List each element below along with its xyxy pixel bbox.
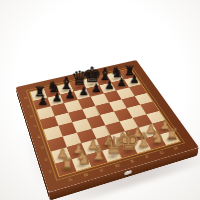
rank-label-4: 4 — [35, 131, 41, 142]
piece-white-rook[interactable]: ♜ — [52, 156, 83, 172]
square-e5[interactable] — [95, 102, 113, 115]
piece-black-pawn[interactable]: ♟ — [30, 95, 56, 107]
scene: ♜♞♝♛♚♝♞♜♟♟♟♟♟♟♟♟♟♟♟♟♟♟♟♟♜♞♝♛♚♝♞♜ ABCDEFG… — [0, 0, 200, 200]
file-label-a: A — [61, 175, 79, 184]
square-b5[interactable] — [54, 112, 72, 125]
rank-label-5: 5 — [32, 121, 38, 132]
clasp-icon — [124, 170, 132, 176]
rank-label-6: 6 — [29, 111, 35, 121]
product-photo: ♜♞♝♛♚♝♞♜♟♟♟♟♟♟♟♟♟♟♟♟♟♟♟♟♜♞♝♛♚♝♞♜ ABCDEFG… — [0, 0, 200, 200]
square-c5[interactable] — [68, 109, 86, 122]
rank-label-3: 3 — [39, 142, 45, 154]
chess-board: ♜♞♝♛♚♝♞♜♟♟♟♟♟♟♟♟♟♟♟♟♟♟♟♟♜♞♝♛♚♝♞♜ ABCDEFG… — [16, 60, 199, 192]
